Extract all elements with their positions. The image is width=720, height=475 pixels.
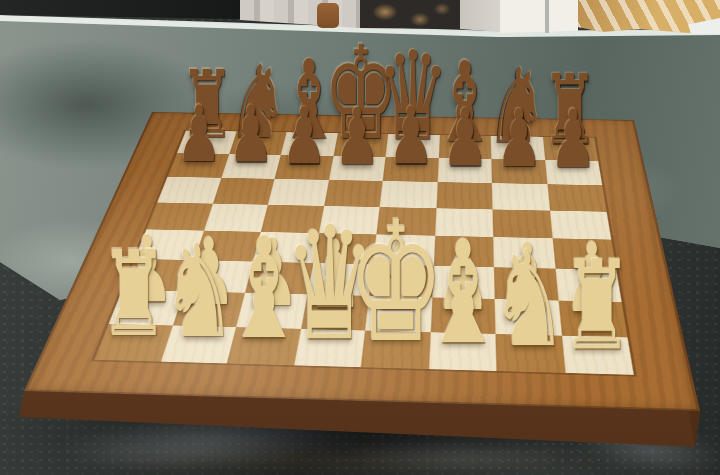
square-e1	[361, 330, 430, 369]
square-f2	[430, 297, 495, 333]
square-e5	[376, 207, 436, 236]
square-f8	[438, 135, 491, 159]
square-f5	[435, 208, 494, 237]
square-d2	[300, 294, 369, 330]
square-c5	[261, 204, 324, 233]
square-e8	[386, 134, 440, 158]
square-e3	[369, 264, 433, 297]
square-a1	[94, 323, 172, 361]
square-h3	[555, 268, 622, 302]
square-b5	[203, 203, 267, 232]
background-marble-right	[460, 0, 500, 34]
square-b4	[194, 231, 261, 262]
square-a6	[157, 177, 221, 204]
square-f4	[433, 236, 494, 267]
square-f3	[432, 265, 495, 299]
square-f7	[437, 158, 492, 183]
square-g1	[496, 334, 565, 373]
square-b2	[172, 291, 245, 326]
square-b6	[212, 178, 274, 205]
square-g4	[493, 237, 555, 268]
square-g3	[494, 267, 558, 301]
square-e7	[383, 157, 439, 182]
square-b3	[183, 260, 253, 293]
square-e2	[365, 296, 432, 332]
square-h2	[558, 301, 627, 338]
square-g5	[493, 209, 553, 238]
square-b7	[221, 154, 281, 179]
square-e6	[380, 181, 438, 208]
square-g8	[491, 136, 545, 160]
square-c4	[253, 232, 318, 263]
square-c8	[281, 132, 338, 156]
square-c7	[275, 155, 333, 180]
square-a5	[146, 202, 212, 230]
square-h7	[545, 160, 603, 186]
square-d6	[324, 180, 383, 207]
square-h8	[542, 137, 598, 161]
square-h5	[549, 210, 611, 239]
playing-area	[94, 131, 633, 375]
square-g2	[495, 299, 562, 335]
square-a3	[122, 258, 194, 291]
white-wall	[500, 0, 578, 34]
square-e4	[373, 234, 435, 265]
square-c2	[236, 293, 307, 329]
background-mirror-panel	[360, 0, 460, 30]
square-a7	[167, 153, 228, 178]
square-b8	[229, 131, 287, 154]
square-b1	[160, 325, 236, 363]
square-h6	[547, 184, 607, 211]
wood-reflection-blob	[317, 3, 339, 28]
square-a4	[135, 229, 204, 259]
square-g6	[492, 183, 550, 210]
square-a2	[109, 290, 184, 325]
square-d4	[313, 233, 377, 264]
square-c6	[268, 179, 329, 206]
square-d8	[333, 133, 388, 157]
photo-scene: ♜♞♝♚♛♝♞♜♟♟♟♟♟♟♟♟♟♟♟♟♟♟♟♟♜♞♝♛♚♝♞♜	[0, 0, 720, 475]
square-d3	[307, 263, 373, 296]
square-d5	[318, 206, 379, 235]
square-f6	[436, 182, 493, 209]
square-d1	[294, 328, 366, 367]
square-c1	[227, 327, 301, 366]
square-d7	[328, 156, 385, 181]
square-c3	[245, 261, 313, 294]
square-g7	[491, 159, 547, 184]
square-h4	[552, 238, 616, 269]
door-frame-line	[545, 0, 549, 33]
square-f1	[428, 332, 496, 371]
square-h1	[561, 335, 633, 375]
square-a8	[177, 131, 236, 154]
